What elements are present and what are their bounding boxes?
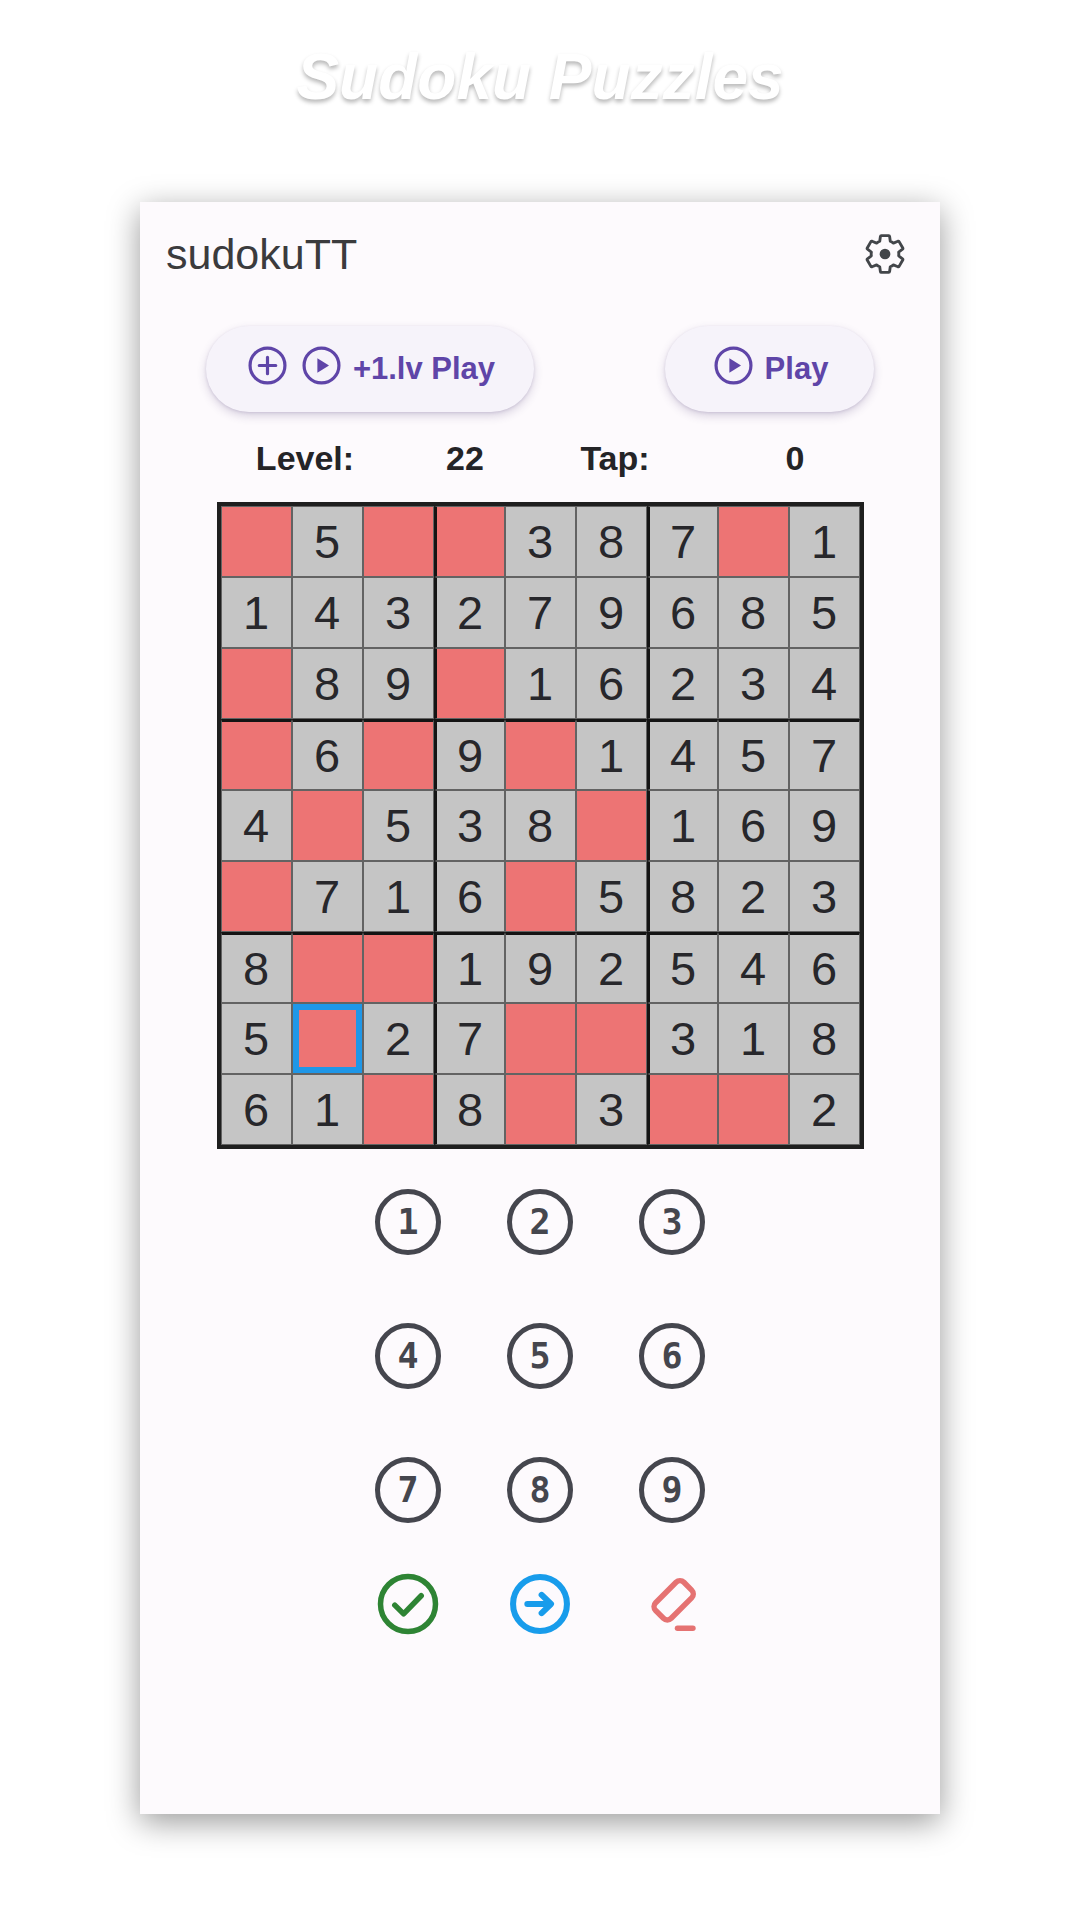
sudoku-cell-r3c7[interactable]: 2: [647, 648, 718, 719]
sudoku-cell-r9c6[interactable]: 3: [576, 1074, 647, 1145]
sudoku-cell-r2c7[interactable]: 6: [647, 577, 718, 648]
sudoku-cell-r1c1[interactable]: [221, 506, 292, 577]
app-title: sudokuTT: [166, 230, 357, 279]
numpad-button-9[interactable]: 9: [639, 1457, 705, 1523]
settings-button[interactable]: [862, 231, 908, 277]
sudoku-cell-r3c9[interactable]: 4: [789, 648, 860, 719]
sudoku-cell-r8c8[interactable]: 1: [718, 1003, 789, 1074]
sudoku-cell-r8c6[interactable]: [576, 1003, 647, 1074]
sudoku-cell-r8c1[interactable]: 5: [221, 1003, 292, 1074]
numpad-button-1[interactable]: 1: [375, 1189, 441, 1255]
card-header: sudokuTT: [140, 202, 940, 278]
sudoku-cell-r8c3[interactable]: 2: [363, 1003, 434, 1074]
sudoku-cell-r9c9[interactable]: 2: [789, 1074, 860, 1145]
sudoku-cell-r9c8[interactable]: [718, 1074, 789, 1145]
sudoku-cell-r7c7[interactable]: 5: [647, 932, 718, 1003]
sudoku-cell-r6c9[interactable]: 3: [789, 861, 860, 932]
numpad-button-4[interactable]: 4: [375, 1323, 441, 1389]
plus-level-play-button[interactable]: +1.lv Play: [206, 326, 534, 412]
page-title: Sudoku Puzzles: [0, 40, 1080, 114]
sudoku-cell-r2c1[interactable]: 1: [221, 577, 292, 648]
sudoku-cell-r4c6[interactable]: 1: [576, 719, 647, 790]
sudoku-cell-r9c5[interactable]: [505, 1074, 576, 1145]
numpad-button-3[interactable]: 3: [639, 1189, 705, 1255]
sudoku-cell-r8c9[interactable]: 8: [789, 1003, 860, 1074]
sudoku-cell-r3c2[interactable]: 8: [292, 648, 363, 719]
sudoku-cell-r9c2[interactable]: 1: [292, 1074, 363, 1145]
arrow-right-circle-icon: [507, 1625, 573, 1640]
next-button[interactable]: [507, 1571, 573, 1637]
sudoku-cell-r7c3[interactable]: [363, 932, 434, 1003]
sudoku-cell-r1c5[interactable]: 3: [505, 506, 576, 577]
sudoku-cell-r5c9[interactable]: 9: [789, 790, 860, 861]
sudoku-cell-r6c3[interactable]: 1: [363, 861, 434, 932]
sudoku-cell-r2c8[interactable]: 8: [718, 577, 789, 648]
sudoku-cell-r7c4[interactable]: 1: [434, 932, 505, 1003]
sudoku-cell-r9c3[interactable]: [363, 1074, 434, 1145]
level-value: 22: [400, 439, 530, 478]
sudoku-cell-r3c8[interactable]: 3: [718, 648, 789, 719]
sudoku-cell-r1c6[interactable]: 8: [576, 506, 647, 577]
sudoku-cell-r5c3[interactable]: 5: [363, 790, 434, 861]
play-label: Play: [765, 351, 829, 387]
sudoku-cell-r4c1[interactable]: [221, 719, 292, 790]
sudoku-cell-r1c8[interactable]: [718, 506, 789, 577]
sudoku-cell-r7c2[interactable]: [292, 932, 363, 1003]
sudoku-cell-r9c7[interactable]: [647, 1074, 718, 1145]
sudoku-cell-r9c1[interactable]: 6: [221, 1074, 292, 1145]
tap-label: Tap:: [530, 439, 700, 478]
sudoku-cell-r9c4[interactable]: 8: [434, 1074, 505, 1145]
check-circle-icon: [375, 1625, 441, 1640]
sudoku-cell-r7c5[interactable]: 9: [505, 932, 576, 1003]
sudoku-cell-r4c8[interactable]: 5: [718, 719, 789, 790]
sudoku-cell-r3c6[interactable]: 6: [576, 648, 647, 719]
sudoku-cell-r6c4[interactable]: 6: [434, 861, 505, 932]
plus-circle-icon: [245, 343, 290, 396]
sudoku-cell-r2c4[interactable]: 2: [434, 577, 505, 648]
sudoku-cell-r4c9[interactable]: 7: [789, 719, 860, 790]
sudoku-cell-r5c1[interactable]: 4: [221, 790, 292, 861]
action-button-row: [140, 1571, 940, 1637]
sudoku-cell-r5c8[interactable]: 6: [718, 790, 789, 861]
sudoku-cell-r2c2[interactable]: 4: [292, 577, 363, 648]
play-button[interactable]: Play: [665, 326, 874, 412]
sudoku-cell-r7c9[interactable]: 6: [789, 932, 860, 1003]
stats-row: Level: 22 Tap: 0: [140, 438, 940, 478]
numpad-button-8[interactable]: 8: [507, 1457, 573, 1523]
sudoku-cell-r1c3[interactable]: [363, 506, 434, 577]
sudoku-cell-r4c4[interactable]: 9: [434, 719, 505, 790]
sudoku-cell-r5c5[interactable]: 8: [505, 790, 576, 861]
sudoku-cell-r2c9[interactable]: 5: [789, 577, 860, 648]
number-pad: 123456789: [140, 1189, 940, 1523]
sudoku-cell-r5c6[interactable]: [576, 790, 647, 861]
tap-value: 0: [700, 439, 890, 478]
erase-button[interactable]: [639, 1571, 705, 1637]
game-card: sudokuTT +1.lv Play: [140, 202, 940, 1814]
sudoku-cell-r8c5[interactable]: [505, 1003, 576, 1074]
sudoku-cell-r7c1[interactable]: 8: [221, 932, 292, 1003]
numpad-button-6[interactable]: 6: [639, 1323, 705, 1389]
sudoku-cell-r4c3[interactable]: [363, 719, 434, 790]
sudoku-cell-r1c7[interactable]: 7: [647, 506, 718, 577]
plus-level-play-label: +1.lv Play: [353, 351, 495, 387]
numpad-button-5[interactable]: 5: [507, 1323, 573, 1389]
sudoku-cell-r1c4[interactable]: [434, 506, 505, 577]
sudoku-cell-r6c5[interactable]: [505, 861, 576, 932]
sudoku-cell-r3c1[interactable]: [221, 648, 292, 719]
sudoku-cell-r4c7[interactable]: 4: [647, 719, 718, 790]
sudoku-cell-r8c7[interactable]: 3: [647, 1003, 718, 1074]
sudoku-board: 5387114327968589162346914574538169716582…: [217, 502, 864, 1149]
sudoku-cell-r4c2[interactable]: 6: [292, 719, 363, 790]
level-label: Level:: [210, 439, 400, 478]
sudoku-cell-r6c2[interactable]: 7: [292, 861, 363, 932]
sudoku-cell-r1c2[interactable]: 5: [292, 506, 363, 577]
sudoku-cell-r5c4[interactable]: 3: [434, 790, 505, 861]
sudoku-cell-r6c7[interactable]: 8: [647, 861, 718, 932]
sudoku-cell-r7c8[interactable]: 4: [718, 932, 789, 1003]
play-circle-icon: [299, 343, 344, 396]
eraser-icon: [639, 1625, 705, 1640]
gear-icon: [862, 265, 908, 280]
sudoku-cell-r4c5[interactable]: [505, 719, 576, 790]
sudoku-cell-r6c8[interactable]: 2: [718, 861, 789, 932]
sudoku-cell-r3c5[interactable]: 1: [505, 648, 576, 719]
sudoku-cell-r5c7[interactable]: 1: [647, 790, 718, 861]
sudoku-cell-r8c4[interactable]: 7: [434, 1003, 505, 1074]
sudoku-cell-r3c4[interactable]: [434, 648, 505, 719]
check-button[interactable]: [375, 1571, 441, 1637]
sudoku-cell-r7c6[interactable]: 2: [576, 932, 647, 1003]
sudoku-cell-r8c2[interactable]: [292, 1003, 363, 1074]
numpad-button-7[interactable]: 7: [375, 1457, 441, 1523]
sudoku-cell-r2c6[interactable]: 9: [576, 577, 647, 648]
pill-button-row: +1.lv Play Play: [140, 326, 940, 412]
sudoku-cell-r1c9[interactable]: 1: [789, 506, 860, 577]
sudoku-cell-r6c6[interactable]: 5: [576, 861, 647, 932]
sudoku-cell-r2c5[interactable]: 7: [505, 577, 576, 648]
play-circle-icon: [711, 343, 756, 396]
sudoku-cell-r3c3[interactable]: 9: [363, 648, 434, 719]
sudoku-cell-r6c1[interactable]: [221, 861, 292, 932]
sudoku-cell-r2c3[interactable]: 3: [363, 577, 434, 648]
numpad-button-2[interactable]: 2: [507, 1189, 573, 1255]
sudoku-cell-r5c2[interactable]: [292, 790, 363, 861]
